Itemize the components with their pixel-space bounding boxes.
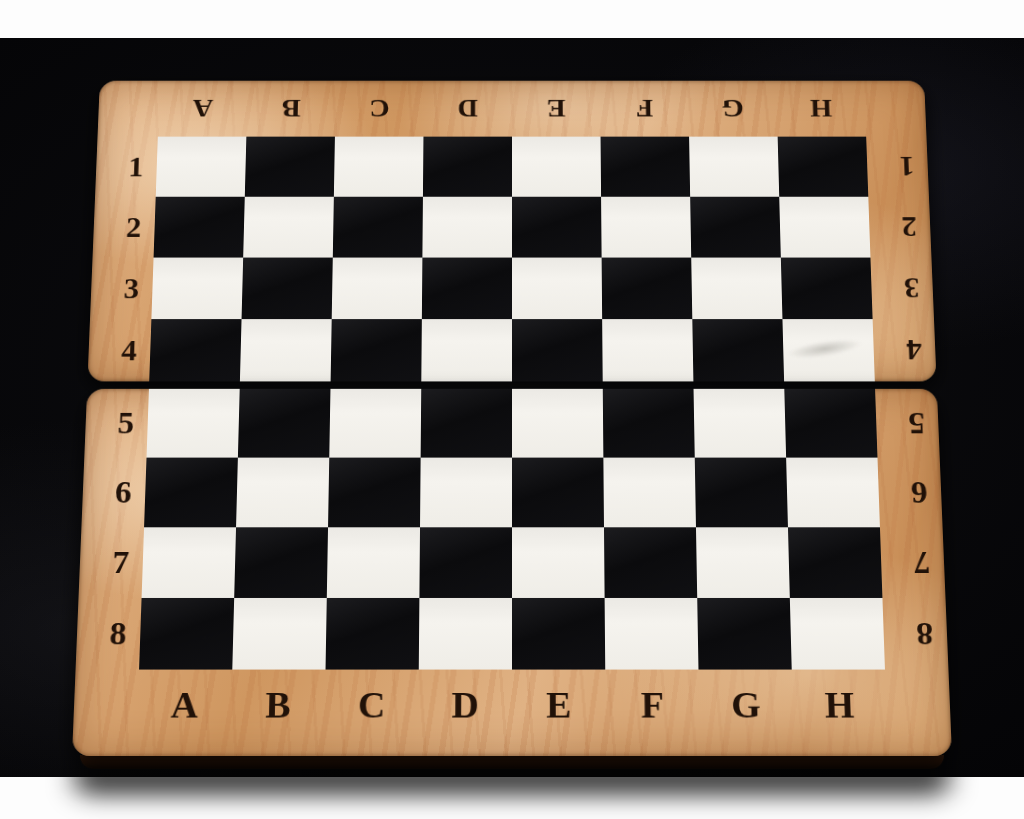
square-e3[interactable]: [512, 258, 602, 320]
square-h1[interactable]: [778, 137, 869, 197]
rank-label-left-6: 6: [81, 458, 146, 528]
rank-label-left-2: 2: [93, 197, 156, 258]
square-h6[interactable]: [786, 458, 880, 528]
square-b1[interactable]: [245, 137, 335, 197]
rank-label-right-7: 7: [880, 527, 946, 598]
file-label-bottom-g: G: [698, 670, 794, 756]
rank-label-right-1: 1: [866, 137, 929, 197]
rank-label-left-1: 1: [95, 137, 158, 197]
rank-label-left-4: 4: [87, 319, 151, 381]
square-b3[interactable]: [242, 258, 333, 320]
square-e6[interactable]: [512, 458, 604, 528]
board-top-half: ABCDEFGH11223344: [87, 81, 936, 382]
square-b7[interactable]: [234, 527, 328, 598]
file-label-bottom-d: D: [418, 670, 512, 756]
square-e4[interactable]: [512, 319, 603, 381]
square-f1[interactable]: [601, 137, 691, 197]
square-e2[interactable]: [512, 197, 602, 258]
square-d6[interactable]: [420, 458, 512, 528]
square-c5[interactable]: [329, 389, 421, 458]
square-a2[interactable]: [154, 197, 245, 258]
square-c2[interactable]: [333, 197, 423, 258]
photo-scene: ABCDEFGH11223344 55667788ABCDEFGH: [0, 0, 1024, 819]
file-label-bottom-e: E: [512, 670, 606, 756]
rank-label-left-3: 3: [90, 258, 154, 320]
square-a5[interactable]: [147, 389, 240, 458]
rank-label-left-5: 5: [84, 389, 149, 458]
file-label-bottom-f: F: [605, 670, 700, 756]
board-bottom-half: 55667788ABCDEFGH: [72, 389, 952, 756]
square-d3[interactable]: [422, 258, 512, 320]
rank-label-right-5: 5: [875, 389, 940, 458]
file-label-top-h: H: [776, 81, 866, 137]
square-a7[interactable]: [142, 527, 236, 598]
square-f4[interactable]: [602, 319, 693, 381]
square-d1[interactable]: [423, 137, 512, 197]
file-label-top-g: G: [688, 81, 778, 137]
rank-label-left-7: 7: [79, 527, 145, 598]
rank-label-right-4: 4: [873, 319, 937, 381]
board-corner: [885, 670, 952, 756]
square-c4[interactable]: [331, 319, 422, 381]
chess-board: ABCDEFGH11223344 55667788ABCDEFGH: [72, 81, 952, 756]
square-e1[interactable]: [512, 137, 601, 197]
square-a4[interactable]: [149, 319, 241, 381]
file-label-bottom-c: C: [324, 670, 419, 756]
board-corner: [72, 670, 139, 756]
square-c6[interactable]: [328, 458, 421, 528]
square-g1[interactable]: [689, 137, 779, 197]
square-a1[interactable]: [156, 137, 247, 197]
square-d4[interactable]: [421, 319, 512, 381]
square-d2[interactable]: [422, 197, 512, 258]
square-h3[interactable]: [781, 258, 873, 320]
square-d5[interactable]: [421, 389, 512, 458]
square-c7[interactable]: [327, 527, 420, 598]
file-label-bottom-a: A: [136, 670, 232, 756]
square-b2[interactable]: [243, 197, 334, 258]
file-label-top-f: F: [600, 81, 689, 137]
bottom-white-band: [0, 777, 1024, 819]
square-a3[interactable]: [151, 258, 243, 320]
square-h5[interactable]: [784, 389, 877, 458]
rank-label-left-8: 8: [76, 598, 142, 670]
top-white-band: [0, 0, 1024, 38]
square-g2[interactable]: [690, 197, 781, 258]
square-g3[interactable]: [691, 258, 782, 320]
file-label-bottom-h: H: [792, 670, 888, 756]
rank-label-right-8: 8: [882, 598, 948, 670]
file-label-top-b: B: [246, 81, 336, 137]
square-f5[interactable]: [603, 389, 695, 458]
square-b5[interactable]: [238, 389, 331, 458]
square-a6[interactable]: [144, 458, 238, 528]
square-f6[interactable]: [603, 458, 696, 528]
file-label-top-a: A: [158, 81, 248, 137]
square-h8[interactable]: [790, 598, 885, 670]
square-b4[interactable]: [240, 319, 332, 381]
square-f7[interactable]: [604, 527, 697, 598]
square-g7[interactable]: [696, 527, 790, 598]
square-h2[interactable]: [779, 197, 870, 258]
square-f8[interactable]: [605, 598, 699, 670]
file-label-top-e: E: [512, 81, 601, 137]
file-label-top-d: D: [423, 81, 512, 137]
file-label-top-c: C: [335, 81, 424, 137]
square-g4[interactable]: [692, 319, 784, 381]
square-c1[interactable]: [334, 137, 424, 197]
square-h7[interactable]: [788, 527, 882, 598]
square-f3[interactable]: [602, 258, 693, 320]
rank-label-right-2: 2: [868, 197, 931, 258]
square-f2[interactable]: [601, 197, 691, 258]
square-g6[interactable]: [695, 458, 788, 528]
square-g5[interactable]: [694, 389, 787, 458]
square-e7[interactable]: [512, 527, 605, 598]
board-corner: [864, 81, 926, 137]
square-g8[interactable]: [697, 598, 792, 670]
square-b8[interactable]: [232, 598, 327, 670]
rank-label-right-6: 6: [877, 458, 942, 528]
square-b6[interactable]: [236, 458, 329, 528]
square-c8[interactable]: [326, 598, 420, 670]
file-label-bottom-b: B: [230, 670, 326, 756]
square-d8[interactable]: [419, 598, 512, 670]
square-e8[interactable]: [512, 598, 605, 670]
square-a8[interactable]: [139, 598, 234, 670]
board-corner: [98, 81, 160, 137]
square-d7[interactable]: [419, 527, 512, 598]
rank-label-right-3: 3: [870, 258, 934, 320]
square-e5[interactable]: [512, 389, 603, 458]
square-c3[interactable]: [332, 258, 423, 320]
